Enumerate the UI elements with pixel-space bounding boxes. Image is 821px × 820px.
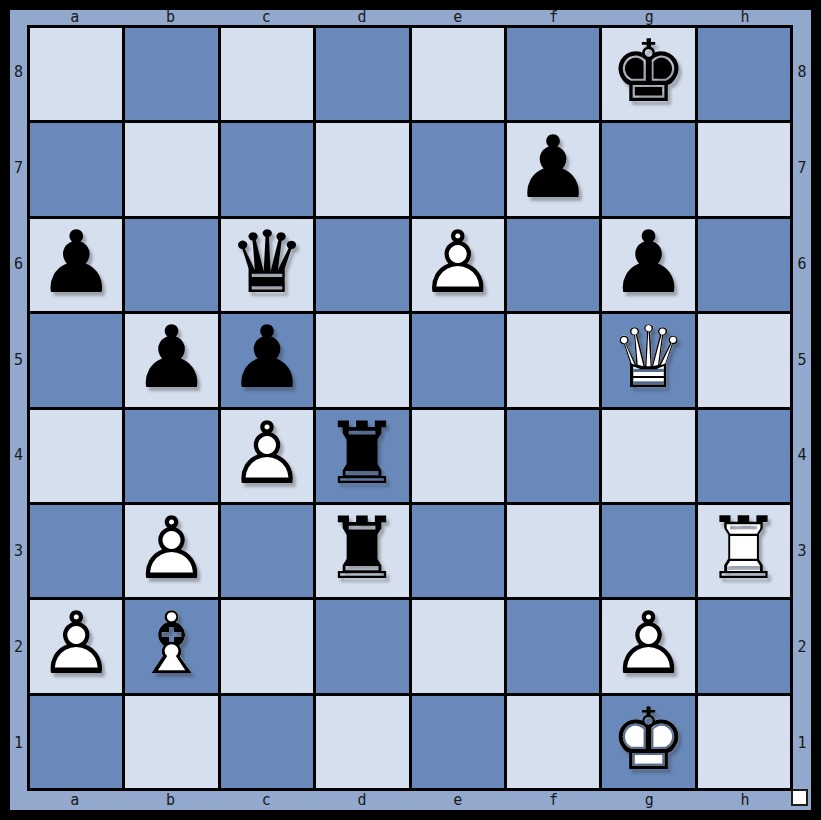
square-d4[interactable]: ♜ [316,410,408,502]
square-b2[interactable]: ♝♗ [125,600,217,692]
file-label-a: a [27,791,123,810]
square-g2[interactable]: ♟♙ [602,600,694,692]
square-g5[interactable]: ♛♕ [602,314,694,406]
square-f6[interactable] [507,219,599,311]
square-a7[interactable] [30,123,122,215]
piece-white-pawn-e6[interactable]: ♟♙ [412,219,504,311]
square-c4[interactable]: ♟♙ [221,410,313,502]
square-h5[interactable] [698,314,790,406]
square-d1[interactable] [316,696,408,788]
square-e1[interactable] [412,696,504,788]
square-g4[interactable] [602,410,694,502]
square-e4[interactable] [412,410,504,502]
rank-label-3: 3 [793,504,811,600]
black-pawn-glyph: ♟ [610,219,687,305]
file-label-f: f [506,791,602,810]
square-h8[interactable] [698,28,790,120]
square-b6[interactable] [125,219,217,311]
square-e7[interactable] [412,123,504,215]
square-h2[interactable] [698,600,790,692]
piece-white-bishop-b2[interactable]: ♝♗ [125,600,217,692]
square-c3[interactable] [221,505,313,597]
black-pawn-glyph: ♟ [38,219,115,305]
rank-label-3: 3 [10,504,27,600]
piece-white-pawn-a2[interactable]: ♟♙ [30,600,122,692]
file-label-d: d [314,10,410,25]
rank-label-7: 7 [793,121,811,217]
square-e6[interactable]: ♟♙ [412,219,504,311]
square-f7[interactable]: ♟ [507,123,599,215]
rank-label-5: 5 [10,312,27,408]
square-h7[interactable] [698,123,790,215]
piece-black-rook-d4[interactable]: ♜ [316,410,408,502]
piece-black-pawn-c5[interactable]: ♟ [221,314,313,406]
square-c1[interactable] [221,696,313,788]
square-d3[interactable]: ♜ [316,505,408,597]
square-a3[interactable] [30,505,122,597]
file-label-h: h [697,791,793,810]
square-d6[interactable] [316,219,408,311]
square-b5[interactable]: ♟ [125,314,217,406]
piece-black-rook-d3[interactable]: ♜ [316,505,408,597]
square-e3[interactable] [412,505,504,597]
white-rook-outline-glyph: ♖ [705,505,782,591]
square-a1[interactable] [30,696,122,788]
file-label-h: h [697,10,793,25]
black-pawn-glyph: ♟ [133,314,210,400]
black-rook-glyph: ♜ [324,410,401,496]
piece-white-king-g1[interactable]: ♚♔ [602,696,694,788]
square-g3[interactable] [602,505,694,597]
square-a4[interactable] [30,410,122,502]
square-h6[interactable] [698,219,790,311]
file-label-f: f [506,10,602,25]
square-h4[interactable] [698,410,790,502]
square-f1[interactable] [507,696,599,788]
piece-black-queen-c6[interactable]: ♛ [221,219,313,311]
square-d7[interactable] [316,123,408,215]
black-rook-glyph: ♜ [324,505,401,591]
square-b4[interactable] [125,410,217,502]
rank-label-5: 5 [793,312,811,408]
white-pawn-outline-glyph: ♙ [133,505,210,591]
rank-label-4: 4 [10,408,27,504]
file-label-b: b [123,10,219,25]
square-h3[interactable]: ♜♖ [698,505,790,597]
file-label-c: c [219,10,315,25]
square-c5[interactable]: ♟ [221,314,313,406]
chess-board-window: abcdefgh 87654321 ♚♟♟♛♟♙♟♟♟♛♕♟♙♜♟♙♜♜♖♟♙♝… [0,0,821,820]
square-g6[interactable]: ♟ [602,219,694,311]
rank-label-8: 8 [10,25,27,121]
square-c7[interactable] [221,123,313,215]
square-f5[interactable] [507,314,599,406]
black-pawn-glyph: ♟ [515,124,592,210]
file-label-c: c [219,791,315,810]
square-e8[interactable] [412,28,504,120]
rank-labels-left: 87654321 [10,25,27,791]
white-pawn-outline-glyph: ♙ [228,410,305,496]
square-g7[interactable] [602,123,694,215]
rank-label-2: 2 [10,600,27,696]
square-e2[interactable] [412,600,504,692]
file-label-e: e [410,791,506,810]
square-d2[interactable] [316,600,408,692]
square-b1[interactable] [125,696,217,788]
rank-label-1: 1 [10,695,27,791]
square-f4[interactable] [507,410,599,502]
square-c6[interactable]: ♛ [221,219,313,311]
piece-black-pawn-g6[interactable]: ♟ [602,219,694,311]
black-king-glyph: ♚ [610,28,687,114]
rank-label-2: 2 [793,600,811,696]
rank-label-6: 6 [793,217,811,313]
square-c8[interactable] [221,28,313,120]
square-f3[interactable] [507,505,599,597]
square-g8[interactable]: ♚ [602,28,694,120]
rank-label-8: 8 [793,25,811,121]
square-d5[interactable] [316,314,408,406]
white-pawn-outline-glyph: ♙ [610,600,687,686]
piece-white-queen-g5[interactable]: ♛♕ [602,314,694,406]
square-a5[interactable] [30,314,122,406]
white-bishop-outline-glyph: ♗ [133,600,210,686]
piece-white-rook-h3[interactable]: ♜♖ [698,505,790,597]
square-b7[interactable] [125,123,217,215]
file-label-g: g [602,791,698,810]
file-label-d: d [314,791,410,810]
white-queen-outline-glyph: ♕ [610,314,687,400]
square-f2[interactable] [507,600,599,692]
white-to-move-indicator [791,789,808,806]
piece-black-pawn-b5[interactable]: ♟ [125,314,217,406]
white-pawn-outline-glyph: ♙ [38,600,115,686]
square-h1[interactable] [698,696,790,788]
piece-white-pawn-g2[interactable]: ♟♙ [602,600,694,692]
piece-black-pawn-a6[interactable]: ♟ [30,219,122,311]
black-pawn-glyph: ♟ [228,314,305,400]
board: ♚♟♟♛♟♙♟♟♟♛♕♟♙♜♟♙♜♜♖♟♙♝♗♟♙♚♔ [27,25,793,791]
black-queen-glyph: ♛ [228,219,305,305]
file-labels-bottom: abcdefgh [27,791,793,810]
square-a2[interactable]: ♟♙ [30,600,122,692]
white-king-outline-glyph: ♔ [610,696,687,782]
file-label-b: b [123,791,219,810]
square-e5[interactable] [412,314,504,406]
rank-labels-right: 87654321 [793,25,811,791]
square-c2[interactable] [221,600,313,692]
rank-label-1: 1 [793,695,811,791]
piece-white-pawn-b3[interactable]: ♟♙ [125,505,217,597]
piece-white-pawn-c4[interactable]: ♟♙ [221,410,313,502]
board-frame: abcdefgh 87654321 ♚♟♟♛♟♙♟♟♟♛♕♟♙♜♟♙♜♜♖♟♙♝… [10,10,811,810]
square-f8[interactable] [507,28,599,120]
piece-black-pawn-f7[interactable]: ♟ [507,123,599,215]
rank-label-6: 6 [10,217,27,313]
square-g1[interactable]: ♚♔ [602,696,694,788]
square-d8[interactable] [316,28,408,120]
file-label-a: a [27,10,123,25]
rank-label-4: 4 [793,408,811,504]
square-b3[interactable]: ♟♙ [125,505,217,597]
piece-black-king-g8[interactable]: ♚ [602,28,694,120]
square-a8[interactable] [30,28,122,120]
square-a6[interactable]: ♟ [30,219,122,311]
rank-label-7: 7 [10,121,27,217]
square-b8[interactable] [125,28,217,120]
file-label-e: e [410,10,506,25]
white-pawn-outline-glyph: ♙ [419,219,496,305]
